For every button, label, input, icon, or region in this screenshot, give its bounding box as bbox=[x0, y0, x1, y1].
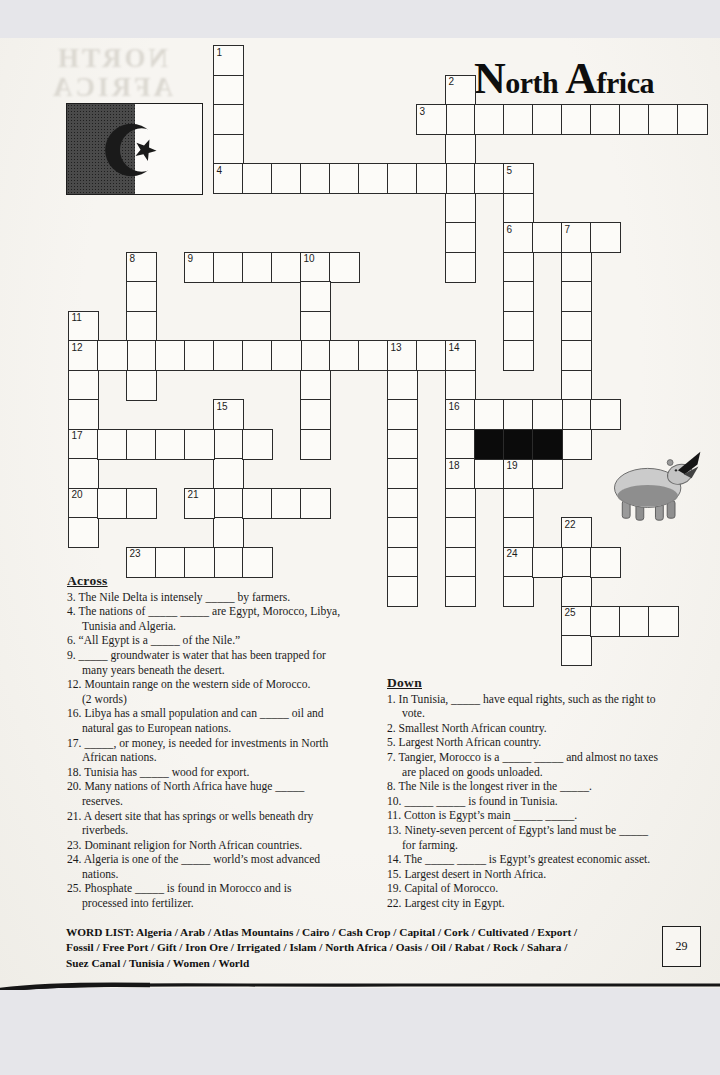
grid-cell-r2c16[interactable] bbox=[532, 104, 563, 135]
scanned-worksheet-page: NORTH AFRICA North Africa 14235678910111… bbox=[0, 0, 720, 1075]
grid-cell-r2c20[interactable] bbox=[648, 104, 679, 135]
grid-cell-r16c15[interactable] bbox=[503, 517, 534, 548]
grid-cell-r14c11[interactable] bbox=[387, 458, 418, 489]
grid-cell-r2c19[interactable] bbox=[619, 104, 650, 135]
grid-cell-r11c11[interactable] bbox=[387, 370, 418, 401]
grid-cell-r13c0[interactable]: 17 bbox=[68, 429, 99, 460]
page-number-box: 29 bbox=[662, 926, 701, 967]
clue-line: many years beneath the desert. bbox=[67, 664, 389, 679]
grid-cell-r10c11[interactable]: 13 bbox=[387, 340, 418, 371]
clue-4: 4. The nations of _____ _____ are Egypt,… bbox=[67, 605, 389, 634]
cell-number-13: 13 bbox=[391, 342, 402, 353]
grid-cell-r17c5[interactable] bbox=[213, 547, 244, 578]
clue-13: 13. Ninety-seven percent of Egypt’s land… bbox=[387, 824, 719, 853]
grid-cell-r15c1[interactable] bbox=[97, 488, 128, 519]
clue-line: 17. _____, or money, is needed for inves… bbox=[67, 737, 389, 752]
cell-number-19: 19 bbox=[507, 460, 518, 471]
grid-cell-r10c8[interactable] bbox=[300, 340, 331, 371]
cell-number-3: 3 bbox=[420, 106, 426, 117]
grid-cell-r13c13[interactable] bbox=[445, 429, 476, 460]
clue-25: 25. Phosphate _____ is found in Morocco … bbox=[67, 882, 389, 911]
grid-cell-r15c11[interactable] bbox=[387, 488, 418, 519]
clue-line: 10. _____ _____ is found in Tunisia. bbox=[387, 795, 719, 810]
cell-number-5: 5 bbox=[507, 165, 513, 176]
grid-cell-r19c17[interactable]: 25 bbox=[561, 606, 592, 637]
grid-cell-r12c0[interactable] bbox=[68, 399, 99, 430]
word-list-line: WORD LIST: Algeria / Arab / Atlas Mounta… bbox=[66, 925, 656, 940]
grid-cell-r18c13[interactable] bbox=[445, 576, 476, 607]
clue-3: 3. The Nile Delta is intensely _____ by … bbox=[67, 591, 389, 606]
grid-cell-r4c11[interactable] bbox=[387, 163, 418, 194]
grid-cell-r16c13[interactable] bbox=[445, 517, 476, 548]
grid-cell-r7c7[interactable] bbox=[271, 252, 302, 283]
black-block-cell bbox=[503, 429, 534, 460]
grid-cell-r12c8[interactable] bbox=[300, 399, 331, 430]
black-block-cell bbox=[474, 429, 505, 460]
grid-cell-r2c15[interactable] bbox=[503, 104, 534, 135]
grid-cell-r10c12[interactable] bbox=[416, 340, 447, 371]
grid-cell-r8c17[interactable] bbox=[561, 281, 592, 312]
grid-cell-r12c14[interactable] bbox=[474, 399, 505, 430]
grid-cell-r7c15[interactable] bbox=[503, 252, 534, 283]
clue-line: 12. Mountain range on the western side o… bbox=[67, 678, 389, 693]
grid-cell-r3c5[interactable] bbox=[213, 134, 244, 165]
grid-cell-r16c17[interactable]: 22 bbox=[561, 517, 592, 548]
clue-22: 22. Largest city in Egypt. bbox=[387, 897, 719, 912]
grid-cell-r10c9[interactable] bbox=[329, 340, 360, 371]
across-clue-list: 3. The Nile Delta is intensely _____ by … bbox=[67, 591, 389, 912]
grid-cell-r7c5[interactable] bbox=[213, 252, 244, 283]
grid-cell-r17c6[interactable] bbox=[242, 547, 273, 578]
grid-cell-r13c11[interactable] bbox=[387, 429, 418, 460]
grid-cell-r0c5[interactable]: 1 bbox=[213, 45, 244, 76]
grid-cell-r11c13[interactable] bbox=[445, 370, 476, 401]
scanner-background-bottom bbox=[0, 990, 720, 1075]
grid-cell-r18c15[interactable] bbox=[503, 576, 534, 607]
clue-23: 23. Dominant religion for North African … bbox=[67, 839, 389, 854]
grid-cell-r6c15[interactable]: 6 bbox=[503, 222, 534, 253]
clue-12: 12. Mountain range on the western side o… bbox=[67, 678, 389, 707]
grid-cell-r10c13[interactable]: 14 bbox=[445, 340, 476, 371]
grid-cell-r10c17[interactable] bbox=[561, 340, 592, 371]
cell-number-21: 21 bbox=[188, 489, 199, 500]
clue-18: 18. Tunisia has _____ wood for export. bbox=[67, 766, 389, 781]
clue-5: 5. Largest North African country. bbox=[387, 736, 719, 751]
grid-cell-r10c5[interactable] bbox=[213, 340, 244, 371]
grid-cell-r15c13[interactable] bbox=[445, 488, 476, 519]
grid-cell-r17c3[interactable] bbox=[155, 547, 186, 578]
grid-cell-r13c4[interactable] bbox=[184, 429, 215, 460]
grid-cell-r7c6[interactable] bbox=[242, 252, 273, 283]
grid-cell-r13c6[interactable] bbox=[242, 429, 273, 460]
grid-cell-r2c5[interactable] bbox=[213, 104, 244, 135]
clue-line: 13. Ninety-seven percent of Egypt’s land… bbox=[387, 824, 719, 839]
grid-cell-r17c13[interactable] bbox=[445, 547, 476, 578]
cell-number-12: 12 bbox=[72, 342, 83, 353]
grid-cell-r12c11[interactable] bbox=[387, 399, 418, 430]
grid-cell-r8c15[interactable] bbox=[503, 281, 534, 312]
grid-cell-r11c8[interactable] bbox=[300, 370, 331, 401]
cell-number-6: 6 bbox=[507, 224, 513, 235]
grid-cell-r12c18[interactable] bbox=[590, 399, 621, 430]
grid-cell-r17c17[interactable] bbox=[561, 547, 592, 578]
cell-number-15: 15 bbox=[217, 401, 228, 412]
clue-line: 4. The nations of _____ _____ are Egypt,… bbox=[67, 605, 389, 620]
hippo-illustration bbox=[603, 444, 706, 526]
grid-cell-r4c6[interactable] bbox=[242, 163, 273, 194]
grid-cell-r17c11[interactable] bbox=[387, 547, 418, 578]
clue-2: 2. Smallest North African country. bbox=[387, 722, 719, 737]
clue-line: 3. The Nile Delta is intensely _____ by … bbox=[67, 591, 389, 606]
down-clue-list: 1. In Tunisia, _____ have equal rights, … bbox=[387, 693, 719, 912]
clue-7: 7. Tangier, Morocco is a _____ _____ and… bbox=[387, 751, 719, 780]
clue-6: 6. “All Egypt is a _____ of the Nile.” bbox=[67, 634, 389, 649]
clue-line: 8. The Nile is the longest river in the … bbox=[387, 780, 719, 795]
grid-cell-r4c5[interactable]: 4 bbox=[213, 163, 244, 194]
cell-number-11: 11 bbox=[72, 312, 82, 323]
grid-cell-r15c15[interactable] bbox=[503, 488, 534, 519]
across-clues-section: Across 3. The Nile Delta is intensely __… bbox=[67, 574, 389, 912]
grid-cell-r14c14[interactable] bbox=[474, 458, 505, 489]
grid-cell-r9c17[interactable] bbox=[561, 311, 592, 342]
clue-21: 21. A desert site that has springs or we… bbox=[67, 810, 389, 839]
word-list-line: Suez Canal / Tunisia / Women / World bbox=[66, 956, 656, 971]
grid-cell-r10c3[interactable] bbox=[155, 340, 186, 371]
grid-cell-r9c15[interactable] bbox=[503, 311, 534, 342]
across-heading: Across bbox=[67, 574, 389, 589]
page-number: 29 bbox=[676, 939, 688, 953]
cell-number-10: 10 bbox=[304, 253, 315, 264]
clue-line: vote. bbox=[387, 707, 719, 722]
grid-cell-r13c8[interactable] bbox=[300, 429, 331, 460]
cell-number-24: 24 bbox=[507, 548, 518, 559]
grid-cell-r14c15[interactable]: 19 bbox=[503, 458, 534, 489]
grid-cell-r10c1[interactable] bbox=[97, 340, 128, 371]
clue-line: riverbeds. bbox=[67, 824, 389, 839]
clue-1: 1. In Tunisia, _____ have equal rights, … bbox=[387, 693, 719, 722]
cell-number-23: 23 bbox=[130, 548, 141, 559]
grid-cell-r2c13[interactable] bbox=[445, 104, 476, 135]
grid-cell-r11c2[interactable] bbox=[126, 370, 157, 401]
cell-number-8: 8 bbox=[130, 253, 136, 264]
clue-20: 20. Many nations of North Africa have hu… bbox=[67, 780, 389, 809]
clue-line: 19. Capital of Morocco. bbox=[387, 882, 719, 897]
grid-cell-r18c11[interactable] bbox=[387, 576, 418, 607]
clue-19: 19. Capital of Morocco. bbox=[387, 882, 719, 897]
grid-cell-r4c7[interactable] bbox=[271, 163, 302, 194]
clue-10: 10. _____ _____ is found in Tunisia. bbox=[387, 795, 719, 810]
grid-cell-r19c20[interactable] bbox=[648, 606, 679, 637]
grid-cell-r1c13[interactable]: 2 bbox=[445, 75, 476, 106]
clue-line: Tunisia and Algeria. bbox=[67, 620, 389, 635]
grid-cell-r16c11[interactable] bbox=[387, 517, 418, 548]
cell-number-7: 7 bbox=[565, 224, 571, 235]
grid-cell-r10c2[interactable] bbox=[126, 340, 157, 371]
clue-line: 16. Libya has a small population and can… bbox=[67, 707, 389, 722]
word-list: WORD LIST: Algeria / Arab / Atlas Mounta… bbox=[66, 925, 656, 971]
grid-cell-r7c9[interactable] bbox=[329, 252, 360, 283]
grid-cell-r12c17[interactable] bbox=[561, 399, 592, 430]
grid-cell-r4c12[interactable] bbox=[416, 163, 447, 194]
clue-line: 23. Dominant religion for North African … bbox=[67, 839, 389, 854]
grid-cell-r12c5[interactable]: 15 bbox=[213, 399, 244, 430]
grid-cell-r10c10[interactable] bbox=[358, 340, 389, 371]
grid-cell-r16c0[interactable] bbox=[68, 517, 99, 548]
grid-cell-r10c6[interactable] bbox=[242, 340, 273, 371]
cell-number-22: 22 bbox=[565, 519, 576, 530]
clue-line: 14. The _____ _____ is Egypt’s greatest … bbox=[387, 853, 719, 868]
clue-line: 18. Tunisia has _____ wood for export. bbox=[67, 766, 389, 781]
grid-cell-r13c5[interactable] bbox=[213, 429, 244, 460]
grid-cell-r10c7[interactable] bbox=[271, 340, 302, 371]
clue-line: 2. Smallest North African country. bbox=[387, 722, 719, 737]
grid-cell-r7c17[interactable] bbox=[561, 252, 592, 283]
grid-cell-r4c15[interactable]: 5 bbox=[503, 163, 534, 194]
clue-11: 11. Cotton is Egypt’s main _____ _____. bbox=[387, 809, 719, 824]
clue-line: reserves. bbox=[67, 795, 389, 810]
clue-line: nations. bbox=[67, 868, 389, 883]
grid-cell-r14c13[interactable]: 18 bbox=[445, 458, 476, 489]
cell-number-4: 4 bbox=[217, 165, 223, 176]
grid-cell-r4c10[interactable] bbox=[358, 163, 389, 194]
grid-cell-r12c13[interactable]: 16 bbox=[445, 399, 476, 430]
grid-cell-r15c6[interactable] bbox=[242, 488, 273, 519]
grid-cell-r15c2[interactable] bbox=[126, 488, 157, 519]
grid-cell-r4c13[interactable] bbox=[445, 163, 476, 194]
grid-cell-r15c8[interactable] bbox=[300, 488, 331, 519]
cell-number-16: 16 bbox=[449, 401, 460, 412]
clue-line: 15. Largest desert in North Africa. bbox=[387, 868, 719, 883]
clue-line: 25. Phosphate _____ is found in Morocco … bbox=[67, 882, 389, 897]
grid-cell-r14c5[interactable] bbox=[213, 458, 244, 489]
grid-cell-r13c3[interactable] bbox=[155, 429, 186, 460]
cell-number-1: 1 bbox=[217, 47, 223, 58]
clue-line: African nations. bbox=[67, 751, 389, 766]
grid-cell-r20c17[interactable] bbox=[561, 635, 592, 666]
clue-9: 9. _____ groundwater is water that has b… bbox=[67, 649, 389, 678]
grid-cell-r11c0[interactable] bbox=[68, 370, 99, 401]
grid-cell-r4c8[interactable] bbox=[300, 163, 331, 194]
cell-number-9: 9 bbox=[188, 253, 194, 264]
grid-cell-r7c13[interactable] bbox=[445, 252, 476, 283]
grid-cell-r8c2[interactable] bbox=[126, 281, 157, 312]
down-clues-section: Down 1. In Tunisia, _____ have equal rig… bbox=[387, 676, 719, 912]
clue-15: 15. Largest desert in North Africa. bbox=[387, 868, 719, 883]
grid-cell-r15c5[interactable] bbox=[213, 488, 244, 519]
grid-cell-r17c16[interactable] bbox=[532, 547, 563, 578]
grid-cell-r7c8[interactable]: 10 bbox=[300, 252, 331, 283]
grid-cell-r4c9[interactable] bbox=[329, 163, 360, 194]
grid-cell-r2c14[interactable] bbox=[474, 104, 505, 135]
grid-cell-r13c1[interactable] bbox=[97, 429, 128, 460]
grid-cell-r18c17[interactable] bbox=[561, 576, 592, 607]
grid-cell-r9c8[interactable] bbox=[300, 311, 331, 342]
grid-cell-r6c18[interactable] bbox=[590, 222, 621, 253]
clue-line: 21. A desert site that has springs or we… bbox=[67, 810, 389, 825]
grid-cell-r5c15[interactable] bbox=[503, 193, 534, 224]
grid-cell-r11c17[interactable] bbox=[561, 370, 592, 401]
clue-line: 20. Many nations of North Africa have hu… bbox=[67, 780, 389, 795]
grid-cell-r17c2[interactable]: 23 bbox=[126, 547, 157, 578]
cell-number-20: 20 bbox=[72, 489, 83, 500]
clue-16: 16. Libya has a small population and can… bbox=[67, 707, 389, 736]
clue-line: 5. Largest North African country. bbox=[387, 736, 719, 751]
clue-line: 7. Tangier, Morocco is a _____ _____ and… bbox=[387, 751, 719, 766]
cell-number-14: 14 bbox=[449, 342, 460, 353]
grid-cell-r12c16[interactable] bbox=[532, 399, 563, 430]
grid-cell-r13c17[interactable] bbox=[561, 429, 592, 460]
grid-cell-r2c12[interactable]: 3 bbox=[416, 104, 447, 135]
grid-cell-r6c16[interactable] bbox=[532, 222, 563, 253]
grid-cell-r17c18[interactable] bbox=[590, 547, 621, 578]
grid-cell-r1c5[interactable] bbox=[213, 75, 244, 106]
grid-cell-r17c15[interactable]: 24 bbox=[503, 547, 534, 578]
clue-line: are placed on goods unloaded. bbox=[387, 766, 719, 781]
grid-cell-r3c13[interactable] bbox=[445, 134, 476, 165]
down-heading: Down bbox=[387, 676, 719, 691]
clue-8: 8. The Nile is the longest river in the … bbox=[387, 780, 719, 795]
grid-cell-r15c7[interactable] bbox=[271, 488, 302, 519]
grid-cell-r19c18[interactable] bbox=[590, 606, 621, 637]
grid-cell-r5c13[interactable] bbox=[445, 193, 476, 224]
clue-14: 14. The _____ _____ is Egypt’s greatest … bbox=[387, 853, 719, 868]
cell-number-17: 17 bbox=[72, 430, 83, 441]
cell-number-25: 25 bbox=[565, 607, 576, 618]
grid-cell-r9c0[interactable]: 11 bbox=[68, 311, 99, 342]
grid-cell-r17c4[interactable] bbox=[184, 547, 215, 578]
grid-cell-r14c16[interactable] bbox=[532, 458, 563, 489]
grid-cell-r4c14[interactable] bbox=[474, 163, 505, 194]
grid-cell-r7c4[interactable]: 9 bbox=[184, 252, 215, 283]
grid-cell-r13c2[interactable] bbox=[126, 429, 157, 460]
word-list-line: Fossil / Free Port / Gift / Iron Ore / I… bbox=[66, 940, 656, 955]
clue-line: natural gas to European nations. bbox=[67, 722, 389, 737]
clue-line: (2 words) bbox=[67, 693, 389, 708]
grid-cell-r9c2[interactable] bbox=[126, 311, 157, 342]
grid-cell-r10c0[interactable]: 12 bbox=[68, 340, 99, 371]
grid-cell-r12c15[interactable] bbox=[503, 399, 534, 430]
clue-line: 24. Algeria is one of the _____ world’s … bbox=[67, 853, 389, 868]
grid-cell-r14c0[interactable] bbox=[68, 458, 99, 489]
grid-cell-r10c15[interactable] bbox=[503, 340, 534, 371]
grid-cell-r15c0[interactable]: 20 bbox=[68, 488, 99, 519]
grid-cell-r2c18[interactable] bbox=[590, 104, 621, 135]
crossword-grid: 1423567891011121720131416181519242122252… bbox=[68, 45, 708, 666]
clue-line: processed into fertilizer. bbox=[67, 897, 389, 912]
black-block-cell bbox=[532, 429, 563, 460]
clue-line: 6. “All Egypt is a _____ of the Nile.” bbox=[67, 634, 389, 649]
clue-line: 9. _____ groundwater is water that has b… bbox=[67, 649, 389, 664]
clue-line: 11. Cotton is Egypt’s main _____ _____. bbox=[387, 809, 719, 824]
grid-cell-r6c17[interactable]: 7 bbox=[561, 222, 592, 253]
cell-number-18: 18 bbox=[449, 460, 460, 471]
clue-24: 24. Algeria is one of the _____ world’s … bbox=[67, 853, 389, 882]
clue-line: 1. In Tunisia, _____ have equal rights, … bbox=[387, 693, 719, 708]
clue-17: 17. _____, or money, is needed for inves… bbox=[67, 737, 389, 766]
grid-cell-r2c21[interactable] bbox=[677, 104, 708, 135]
cell-number-2: 2 bbox=[449, 76, 455, 87]
grid-cell-r19c19[interactable] bbox=[619, 606, 650, 637]
grid-cell-r15c4[interactable]: 21 bbox=[184, 488, 215, 519]
grid-cell-r8c8[interactable] bbox=[300, 281, 331, 312]
clue-line: for farming. bbox=[387, 839, 719, 854]
grid-cell-r6c13[interactable] bbox=[445, 222, 476, 253]
grid-cell-r2c17[interactable] bbox=[561, 104, 592, 135]
clue-line: 22. Largest city in Egypt. bbox=[387, 897, 719, 912]
grid-cell-r16c5[interactable] bbox=[213, 517, 244, 548]
grid-cell-r10c4[interactable] bbox=[184, 340, 215, 371]
grid-cell-r7c2[interactable]: 8 bbox=[126, 252, 157, 283]
